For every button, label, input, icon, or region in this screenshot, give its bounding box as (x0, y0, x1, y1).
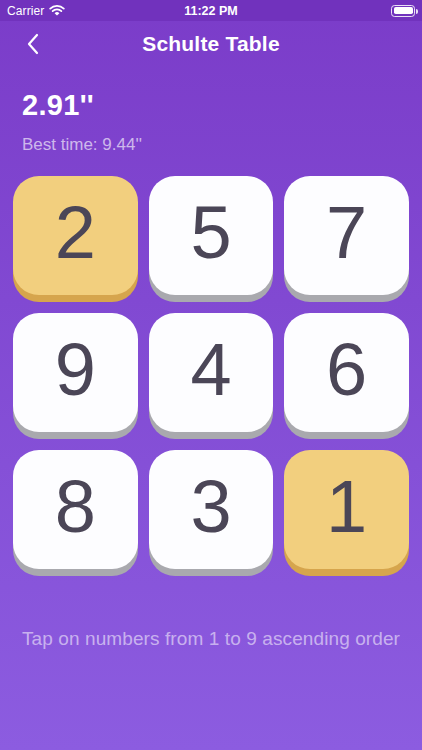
card-number-label: 9 (55, 333, 96, 413)
card-number-label: 5 (190, 196, 231, 276)
number-card-9[interactable]: 9 (13, 313, 138, 432)
chevron-left-icon (26, 33, 39, 55)
number-card-8[interactable]: 8 (13, 450, 138, 569)
back-button[interactable] (14, 26, 50, 62)
number-card-6[interactable]: 6 (284, 313, 409, 432)
battery-nub (416, 9, 418, 14)
card-number-label: 6 (326, 333, 367, 413)
card-number-label: 1 (326, 470, 367, 550)
number-card-3[interactable]: 3 (149, 450, 274, 569)
number-card-7[interactable]: 7 (284, 176, 409, 295)
card-number-label: 8 (55, 470, 96, 550)
current-timer: 2.91'' (22, 89, 400, 122)
number-card-1[interactable]: 1 (284, 450, 409, 569)
schulte-grid: 2 5 7 9 4 6 8 3 1 (0, 176, 422, 576)
number-card-2[interactable]: 2 (13, 176, 138, 295)
number-card-4[interactable]: 4 (149, 313, 274, 432)
battery-icon (391, 5, 415, 17)
page-title: Schulte Table (142, 32, 280, 56)
best-time-label: Best time: 9.44'' (22, 135, 400, 155)
nav-bar: Schulte Table (0, 21, 422, 66)
card-number-label: 7 (326, 196, 367, 276)
battery-fill (394, 7, 413, 14)
card-number-label: 3 (190, 470, 231, 550)
clock-label: 11:22 PM (0, 4, 422, 18)
card-number-label: 2 (55, 196, 96, 276)
instruction-text: Tap on numbers from 1 to 9 ascending ord… (0, 628, 422, 650)
card-number-label: 4 (190, 333, 231, 413)
status-bar: Carrier 11:22 PM (0, 0, 422, 21)
number-card-5[interactable]: 5 (149, 176, 274, 295)
status-bar-right (391, 5, 415, 17)
